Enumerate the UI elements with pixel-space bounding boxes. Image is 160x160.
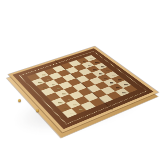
brass-hinge-icon xyxy=(36,109,39,112)
rook-glyph: ♜ xyxy=(59,102,81,115)
product-photo-scene: ♜♞♝♛♚♝♞♜♟♟♟♟♟♟♟♟♟♟♟♟♟♟♟♟♜♞♝♛♚♝♞♜ xyxy=(0,0,160,160)
brass-hinge-icon xyxy=(18,99,21,102)
